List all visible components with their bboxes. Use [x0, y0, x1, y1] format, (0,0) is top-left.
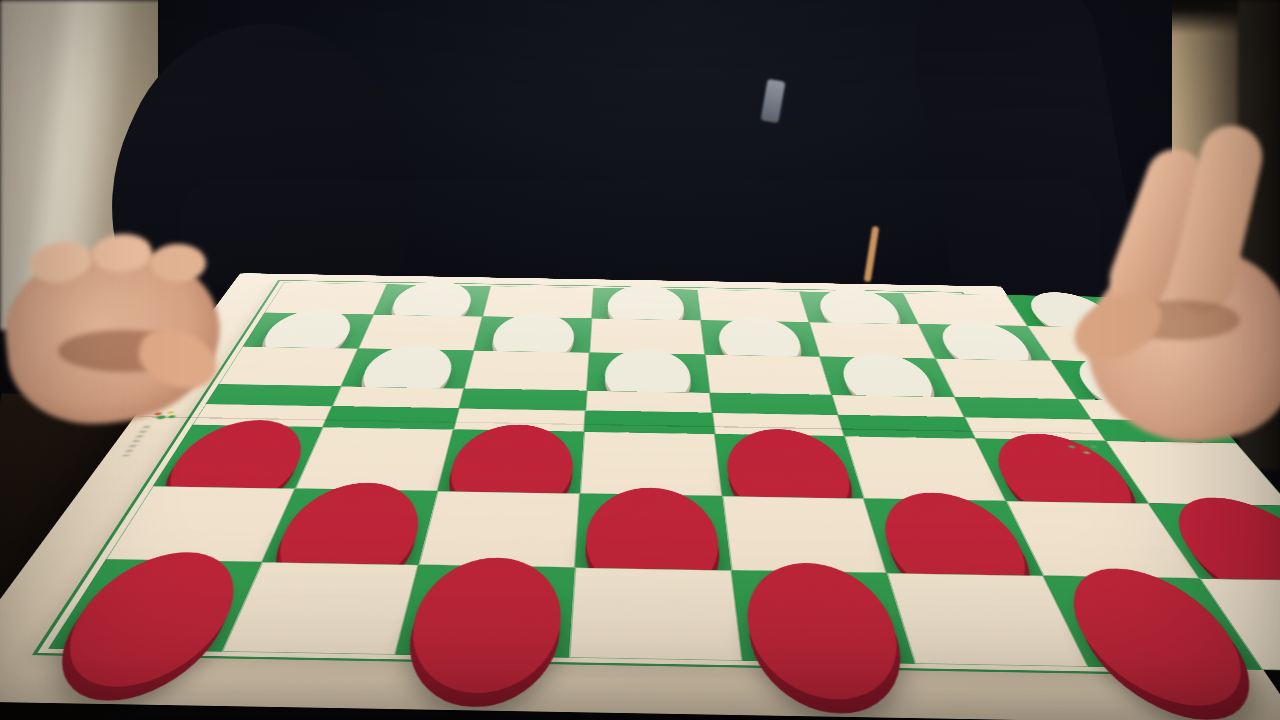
square-r3c4[interactable]: ●: [587, 352, 710, 393]
photo-scene: ●●●●●●●●●●●●●●●●●●●●●●●●: [0, 0, 1280, 720]
square-r6c5[interactable]: ●: [714, 434, 864, 499]
square-r1c4[interactable]: ●: [591, 288, 700, 320]
square-r8c4[interactable]: [569, 568, 742, 661]
square-r3c2[interactable]: ●: [341, 348, 474, 388]
square-r4c6[interactable]: [832, 395, 965, 417]
maker-text: [122, 426, 150, 457]
square-r2c3[interactable]: ●: [474, 316, 592, 352]
square-r2c5[interactable]: ●: [700, 320, 820, 356]
square-r3c6[interactable]: ●: [820, 356, 955, 397]
square-r7c4[interactable]: ●: [575, 494, 731, 571]
square-r8c3[interactable]: ●: [395, 565, 575, 658]
square-r1c2[interactable]: ●: [373, 284, 490, 316]
square-r5c4[interactable]: [584, 411, 715, 434]
square-r4c4[interactable]: [585, 391, 712, 413]
square-r3c1[interactable]: [218, 346, 358, 386]
left-hand-knuckle: [150, 244, 206, 282]
square-r6c3[interactable]: ●: [437, 429, 583, 493]
square-r1c6[interactable]: ●: [800, 291, 919, 324]
square-r6c1[interactable]: ●: [153, 425, 323, 489]
square-r5c2[interactable]: [323, 406, 459, 429]
square-r5c6[interactable]: [838, 415, 975, 439]
red-piece[interactable]: ●: [27, 529, 276, 685]
square-r3c3[interactable]: [464, 350, 589, 390]
square-r8c5[interactable]: ●: [731, 570, 916, 664]
square-r4c2[interactable]: [332, 386, 464, 408]
square-r2c1[interactable]: ●: [243, 313, 374, 349]
square-r3c5[interactable]: [705, 354, 832, 395]
